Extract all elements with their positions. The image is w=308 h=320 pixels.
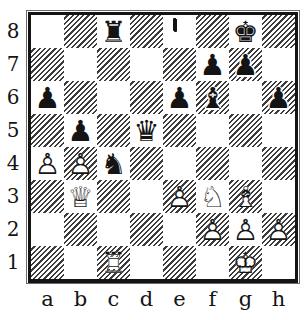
square-d8 [130,15,163,48]
white-queen-b3: ♛♕ [64,180,97,213]
square-h8 [262,15,295,48]
square-g3: ♝♗ [229,180,262,213]
rank-labels: 8 7 6 5 4 3 2 1 [2,15,24,279]
square-g7: ♟ [229,48,262,81]
black-pawn-e6: ♟ [163,81,196,114]
square-h3 [262,180,295,213]
square-d2 [130,213,163,246]
rank-label-2: 2 [2,213,24,246]
square-d5: ♛ [130,114,163,147]
square-a3 [31,180,64,213]
pawn-glyph: ♟ [64,114,97,147]
white-rook-c1: ♜♖ [97,246,130,279]
square-c7 [97,48,130,81]
square-d7 [130,48,163,81]
king-outline-glyph: ♔ [229,246,262,279]
square-d4 [130,147,163,180]
pawn-outline-glyph: ♙ [31,147,64,180]
white-king-g1: ♚♔ [229,246,262,279]
square-f2: ♟♙ [196,213,229,246]
square-a1 [31,246,64,279]
rank-label-4: 4 [2,147,24,180]
pawn-outline-glyph: ♙ [196,213,229,246]
file-label-d: d [130,287,163,311]
file-label-f: f [196,287,229,311]
white-pawn-g2: ♟♙ [229,213,262,246]
black-pawn-a6: ♟ [31,81,64,114]
square-c2 [97,213,130,246]
pawn-outline-glyph: ♙ [229,213,262,246]
pawn-outline-glyph: ♙ [262,213,295,246]
square-e5 [163,114,196,147]
square-f3: ♞♘ [196,180,229,213]
square-g1: ♚♔ [229,246,262,279]
white-pawn-e3: ♟♙ [163,180,196,213]
rank-label-7: 7 [2,48,24,81]
rook-glyph: ♜ [97,15,130,48]
square-e3: ♟♙ [163,180,196,213]
square-h7 [262,48,295,81]
square-f6: ♝ [196,81,229,114]
square-a5 [31,114,64,147]
ink-mark-artifact [174,19,177,32]
rank-label-5: 5 [2,114,24,147]
pawn-glyph: ♟ [31,81,64,114]
black-rook-c8: ♜ [97,15,130,48]
white-pawn-f2: ♟♙ [196,213,229,246]
square-e1 [163,246,196,279]
file-label-a: a [31,287,64,311]
square-d1 [130,246,163,279]
square-h1 [262,246,295,279]
black-pawn-f7: ♟ [196,48,229,81]
square-f1 [196,246,229,279]
queen-outline-glyph: ♕ [64,180,97,213]
square-f7: ♟ [196,48,229,81]
pawn-glyph: ♟ [229,48,262,81]
square-h4 [262,147,295,180]
square-c1: ♜♖ [97,246,130,279]
square-c3 [97,180,130,213]
square-g5 [229,114,262,147]
square-h2: ♟♙ [262,213,295,246]
chess-board: ♜♚♟♟♟♟♝♟♟♛♟♙♟♙♞♛♕♟♙♞♘♝♗♟♙♟♙♟♙♜♖♚♔ [28,12,298,282]
rank-label-6: 6 [2,81,24,114]
square-b7 [64,48,97,81]
square-d6 [130,81,163,114]
white-pawn-h2: ♟♙ [262,213,295,246]
square-a7 [31,48,64,81]
square-f4 [196,147,229,180]
square-f5 [196,114,229,147]
square-c8: ♜ [97,15,130,48]
knight-outline-glyph: ♘ [196,180,229,213]
bishop-outline-glyph: ♗ [229,180,262,213]
square-g8: ♚ [229,15,262,48]
black-queen-d5: ♛ [130,114,163,147]
black-pawn-h6: ♟ [262,81,295,114]
white-pawn-b4: ♟♙ [64,147,97,180]
black-pawn-g7: ♟ [229,48,262,81]
pawn-outline-glyph: ♙ [163,180,196,213]
square-e8 [163,15,196,48]
square-b8 [64,15,97,48]
pawn-glyph: ♟ [196,48,229,81]
rank-label-8: 8 [2,15,24,48]
square-b1 [64,246,97,279]
queen-glyph: ♛ [130,114,163,147]
square-e4 [163,147,196,180]
black-knight-c4: ♞ [97,147,130,180]
black-king-g8: ♚ [229,15,262,48]
square-e6: ♟ [163,81,196,114]
square-c5 [97,114,130,147]
square-b6 [64,81,97,114]
square-a8 [31,15,64,48]
pawn-glyph: ♟ [163,81,196,114]
square-b4: ♟♙ [64,147,97,180]
square-a4: ♟♙ [31,147,64,180]
black-bishop-f6: ♝ [196,81,229,114]
square-e7 [163,48,196,81]
square-c6 [97,81,130,114]
white-bishop-g3: ♝♗ [229,180,262,213]
square-b5: ♟ [64,114,97,147]
square-c4: ♞ [97,147,130,180]
rook-outline-glyph: ♖ [97,246,130,279]
square-g4 [229,147,262,180]
square-d3 [130,180,163,213]
square-f8 [196,15,229,48]
rank-label-1: 1 [2,246,24,279]
file-label-h: h [262,287,295,311]
square-h6: ♟ [262,81,295,114]
black-pawn-b5: ♟ [64,114,97,147]
knight-glyph: ♞ [97,147,130,180]
square-e2 [163,213,196,246]
file-labels: a b c d e f g h [31,287,295,311]
square-a6: ♟ [31,81,64,114]
square-b3: ♛♕ [64,180,97,213]
file-label-b: b [64,287,97,311]
file-label-g: g [229,287,262,311]
square-h5 [262,114,295,147]
pawn-outline-glyph: ♙ [64,147,97,180]
file-label-c: c [97,287,130,311]
pawn-glyph: ♟ [262,81,295,114]
file-label-e: e [163,287,196,311]
white-pawn-a4: ♟♙ [31,147,64,180]
rank-label-3: 3 [2,180,24,213]
white-knight-f3: ♞♘ [196,180,229,213]
square-g6 [229,81,262,114]
chess-diagram-page: 8 7 6 5 4 3 2 1 ♜♚♟♟♟♟♝♟♟♛♟♙♟♙♞♛♕♟♙♞♘♝♗♟… [0,0,308,320]
king-glyph: ♚ [229,15,262,48]
square-g2: ♟♙ [229,213,262,246]
square-a2 [31,213,64,246]
bishop-glyph: ♝ [196,81,229,114]
square-b2 [64,213,97,246]
